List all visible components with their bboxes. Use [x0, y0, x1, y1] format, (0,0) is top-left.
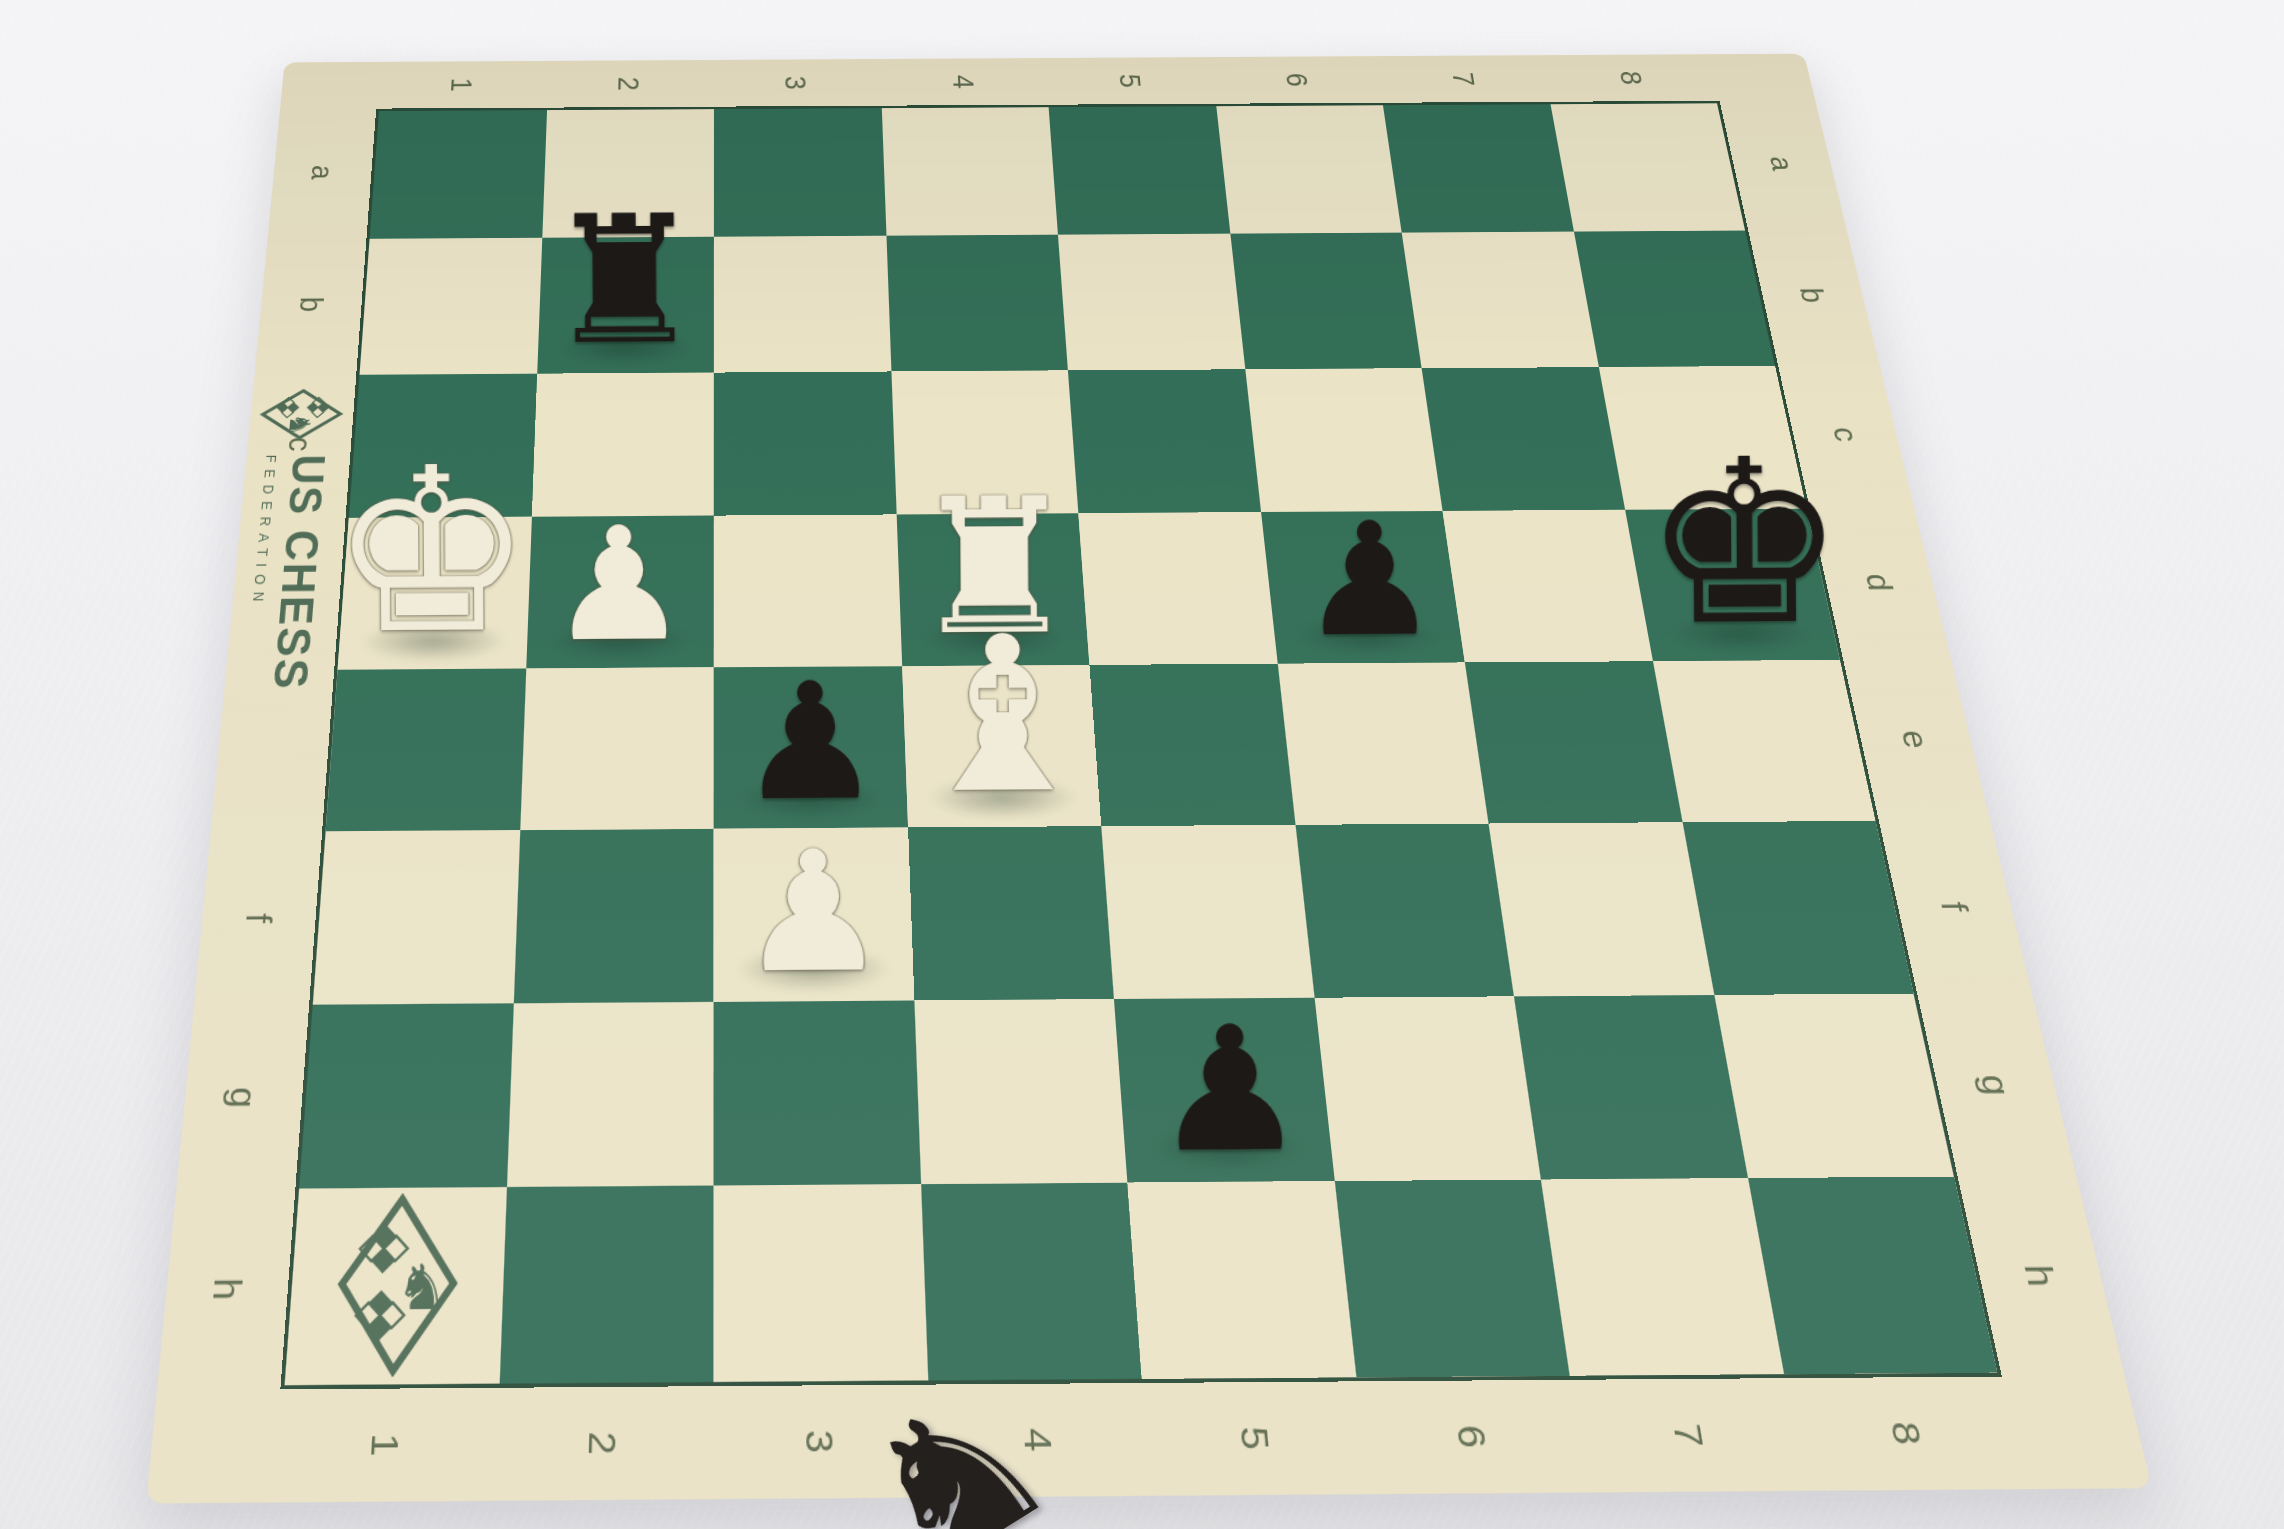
- square-g5: ♟: [1114, 997, 1334, 1182]
- square-h3: [713, 1184, 927, 1382]
- square-c5: [1068, 369, 1261, 513]
- square-c8: [1598, 366, 1806, 510]
- square-g2: [506, 1001, 713, 1186]
- vinyl-chess-mat: 12345678 12345678 abcfgh abcdefgh ♞ US C…: [146, 54, 2152, 1504]
- square-f2: [513, 829, 713, 1003]
- square-c2: [531, 372, 713, 516]
- square-d4: ♜: [896, 513, 1089, 666]
- square-f8: [1682, 821, 1913, 994]
- square-e7: [1465, 661, 1682, 824]
- square-h7: [1541, 1178, 1784, 1376]
- square-a3: [714, 108, 886, 237]
- square-a2: [542, 109, 714, 238]
- coord-left-a: a: [307, 165, 339, 180]
- square-g1: [299, 1003, 513, 1189]
- coord-right-g: g: [1975, 1074, 2017, 1095]
- piece-shadow: [737, 777, 884, 821]
- square-b8: [1573, 231, 1774, 367]
- square-d8: ♚: [1625, 508, 1840, 661]
- square-e5: [1089, 664, 1295, 827]
- square-e8: [1652, 660, 1875, 823]
- square-c3: [714, 371, 896, 515]
- square-f1: [313, 830, 520, 1004]
- square-g3: [713, 1000, 920, 1185]
- coord-top-4: 4: [948, 75, 979, 89]
- square-a1: [370, 110, 547, 239]
- coord-left-g: g: [224, 1087, 263, 1108]
- piece-shadow: [737, 946, 889, 993]
- coord-right-e: e: [1896, 730, 1935, 748]
- square-a5: [1049, 106, 1230, 235]
- coord-right-h: h: [2018, 1264, 2061, 1287]
- square-e2: [520, 667, 714, 830]
- coord-bottom-6: 6: [1451, 1425, 1493, 1449]
- square-h2: [499, 1185, 713, 1383]
- square-c1: [349, 373, 537, 517]
- coord-bottom-8: 8: [1884, 1421, 1928, 1445]
- svg-text:♞: ♞: [393, 1250, 450, 1325]
- tablecloth: 12345678 12345678 abcfgh abcdefgh ♞ US C…: [0, 0, 2284, 1529]
- square-e1: [326, 669, 526, 832]
- piece-shadow: [922, 617, 1066, 658]
- coord-right-d: d: [1860, 574, 1897, 591]
- piece-shadow: [1666, 612, 1816, 653]
- square-f5: [1101, 825, 1314, 998]
- square-d3: [714, 514, 902, 667]
- coord-top-2: 2: [614, 77, 644, 91]
- square-e3: ♟: [714, 666, 908, 829]
- piece-shadow: [558, 330, 693, 367]
- coord-top-1: 1: [446, 78, 477, 92]
- square-b3: [714, 236, 891, 372]
- square-h6: [1334, 1179, 1570, 1377]
- piece-shadow: [1148, 1123, 1309, 1173]
- square-e6: [1277, 662, 1488, 825]
- coord-bottom-7: 7: [1667, 1423, 1710, 1447]
- square-a8: [1550, 103, 1745, 231]
- coord-right-f: f: [1935, 902, 1973, 912]
- square-d6: ♟: [1260, 511, 1464, 664]
- coord-bottom-5: 5: [1234, 1426, 1275, 1450]
- square-d5: [1078, 512, 1277, 665]
- square-h5: [1127, 1181, 1355, 1379]
- square-d1: ♚: [338, 516, 532, 669]
- us-chess-corner-crest-icon: ♞: [327, 1193, 465, 1379]
- square-g7: [1514, 994, 1748, 1179]
- piece-shadow: [361, 621, 505, 662]
- square-g6: [1314, 996, 1541, 1181]
- piece-shadow: [549, 619, 692, 660]
- rank-labels-top: 12345678: [376, 54, 1719, 108]
- square-a4: [881, 107, 1058, 236]
- coord-left-f: f: [241, 913, 278, 923]
- square-f7: [1489, 823, 1714, 996]
- coord-top-5: 5: [1115, 74, 1146, 88]
- square-d7: [1443, 510, 1653, 663]
- coord-top-7: 7: [1448, 72, 1480, 86]
- square-b7: [1402, 232, 1599, 368]
- chess-board: ♜♚♟♜♟♚♟♝♟♟ ♞: [280, 101, 2002, 1390]
- coord-bottom-1: 1: [365, 1433, 406, 1457]
- square-d2: ♟: [526, 515, 714, 668]
- square-b6: [1230, 233, 1422, 369]
- square-b4: [886, 235, 1068, 371]
- square-a7: [1383, 104, 1574, 233]
- piece-shadow: [1294, 615, 1441, 656]
- square-a6: [1216, 105, 1402, 234]
- square-b2: ♜: [537, 237, 714, 373]
- square-f6: [1295, 824, 1514, 997]
- coord-top-8: 8: [1614, 71, 1647, 85]
- coord-top-3: 3: [781, 76, 811, 90]
- square-c6: [1245, 368, 1443, 512]
- rank-labels-bottom: 12345678: [272, 1377, 2027, 1503]
- square-c4: [891, 370, 1078, 514]
- square-g4: [914, 999, 1128, 1184]
- square-f4: [908, 826, 1114, 999]
- coord-left-h: h: [207, 1278, 247, 1301]
- coord-right-c: c: [1827, 427, 1863, 442]
- square-h1: ♞: [285, 1187, 507, 1386]
- square-g8: [1714, 993, 1954, 1178]
- square-e4: ♝: [902, 665, 1102, 828]
- coord-bottom-2: 2: [583, 1431, 623, 1455]
- square-f3: ♟: [714, 828, 914, 1002]
- coord-top-6: 6: [1281, 73, 1313, 87]
- square-b1: [360, 238, 542, 374]
- coord-right-a: a: [1765, 156, 1799, 171]
- square-c7: [1422, 367, 1625, 511]
- square-b5: [1058, 234, 1245, 370]
- square-h8: [1747, 1176, 1997, 1374]
- coord-right-b: b: [1795, 287, 1830, 302]
- piece-shadow: [929, 775, 1078, 819]
- coord-left-b: b: [295, 297, 328, 313]
